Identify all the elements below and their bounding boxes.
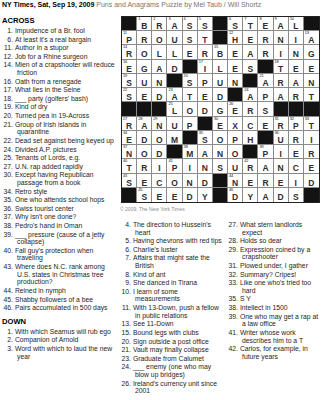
grid-cell[interactable]: U bbox=[137, 74, 152, 88]
black-square bbox=[289, 102, 304, 116]
grid-cell[interactable]: E bbox=[289, 60, 304, 74]
grid-cell[interactable]: 24A bbox=[243, 88, 258, 102]
copyright-line: © 2009, The New York Times bbox=[120, 206, 185, 212]
cell-letter: E bbox=[258, 121, 272, 131]
clue-number: 1. bbox=[2, 328, 13, 336]
grid-cell[interactable]: E bbox=[228, 60, 243, 74]
grid-cell[interactable]: M bbox=[167, 131, 182, 145]
clue-number: 45. bbox=[2, 296, 13, 304]
clue-across-21: 21. Group of Irish islands in quarantine bbox=[2, 121, 119, 136]
cell-letter: X bbox=[228, 121, 242, 131]
clue-across-6: 6. At least it's a real bargain bbox=[2, 36, 119, 44]
cell-letter: A bbox=[304, 35, 319, 45]
clue-down-20: 20. Sign outside a post office bbox=[120, 338, 224, 346]
cell-letter: O bbox=[152, 35, 166, 45]
clue-number: 26. bbox=[120, 380, 131, 388]
grid-cell[interactable]: D bbox=[213, 88, 228, 102]
grid-cell[interactable]: 1B bbox=[137, 17, 152, 31]
grid-cell[interactable]: 5S bbox=[198, 17, 213, 31]
grid-cell[interactable]: Y bbox=[198, 188, 213, 202]
cell-letter: R bbox=[274, 78, 288, 88]
clue-number: 38. bbox=[2, 222, 13, 230]
clue-across-18: 18. ___ party (golfers' bash) bbox=[2, 95, 119, 103]
grid-cell[interactable]: N bbox=[213, 145, 228, 159]
grid-cell[interactable]: A bbox=[243, 45, 258, 59]
grid-cell[interactable]: S bbox=[258, 102, 273, 116]
cell-letter: E bbox=[228, 49, 242, 59]
grid-cell[interactable]: E bbox=[243, 174, 258, 188]
cell-letter: A bbox=[274, 92, 288, 102]
cell-letter: I bbox=[289, 35, 303, 45]
cell-letter: T bbox=[183, 92, 197, 102]
clue-number: 27. bbox=[2, 163, 13, 171]
clue-down-13: 13. See 11-Down bbox=[120, 320, 224, 328]
clue-down-23: 23. Graduate from Calumet bbox=[120, 355, 224, 363]
grid-cell[interactable]: I bbox=[289, 174, 304, 188]
clue-down-6: 6. Charlie's luster bbox=[120, 246, 224, 254]
cell-letter: I bbox=[274, 149, 288, 159]
clue-number: 29. bbox=[227, 246, 238, 254]
puzzle-title: NY Times, Sat, Sep 19, 2009 bbox=[2, 1, 94, 8]
clue-number: 3. bbox=[2, 345, 13, 353]
clue-number: 9. bbox=[120, 279, 131, 287]
cell-letter: H bbox=[228, 35, 242, 45]
clue-number: 19. bbox=[2, 103, 13, 111]
clue-down-3: 3. Word with which to laud the new year bbox=[2, 345, 119, 360]
clue-down-5: 5. Having chevrons with red tips bbox=[120, 237, 224, 245]
clue-number: 4. bbox=[120, 221, 131, 229]
black-square bbox=[304, 17, 319, 31]
cell-letter: D bbox=[152, 149, 166, 159]
clues-column-1: ACROSS1. Impudence of a Br. fool6. At le… bbox=[2, 15, 119, 361]
grid-cell[interactable]: 8E bbox=[258, 17, 273, 31]
black-square bbox=[228, 88, 243, 102]
grid-cell[interactable]: 19S bbox=[122, 74, 137, 88]
grid-cell[interactable]: U bbox=[167, 31, 182, 45]
clue-across-1: 1. Impudence of a Br. fool bbox=[2, 27, 119, 35]
grid-cell[interactable]: E bbox=[183, 45, 198, 59]
clue-number: 24. bbox=[120, 363, 131, 371]
cell-letter: I bbox=[304, 135, 319, 145]
cell-letter: N bbox=[213, 149, 227, 159]
grid-cell[interactable]: 27R bbox=[122, 117, 137, 131]
clue-number: 25. bbox=[2, 154, 13, 162]
cell-letter: N bbox=[274, 163, 288, 173]
grid-cell[interactable]: E bbox=[137, 174, 152, 188]
grid-cell[interactable]: 39P bbox=[258, 145, 273, 159]
clue-number: 21. bbox=[2, 121, 13, 129]
cell-letter: C bbox=[243, 121, 257, 131]
grid-cell[interactable]: E bbox=[228, 45, 243, 59]
grid-cell[interactable]: R bbox=[243, 102, 258, 116]
grid-cell[interactable]: D bbox=[152, 145, 167, 159]
black-square bbox=[122, 188, 137, 202]
grid-cell[interactable]: 32P bbox=[289, 117, 304, 131]
grid-cell[interactable]: E bbox=[304, 159, 319, 173]
cell-letter: R bbox=[258, 49, 272, 59]
grid-cell[interactable]: C bbox=[289, 159, 304, 173]
grid-cell[interactable]: L bbox=[167, 45, 182, 59]
grid-cell[interactable]: T bbox=[183, 88, 198, 102]
grid-cell[interactable]: 3A bbox=[167, 17, 182, 31]
clue-number: 2. bbox=[2, 336, 13, 344]
clue-number: 1. bbox=[2, 27, 13, 35]
grid-cell[interactable]: 18T bbox=[274, 60, 289, 74]
grid-cell[interactable]: S bbox=[213, 159, 228, 173]
clue-down-26: 26. Ireland's currency unit since 2001 bbox=[120, 380, 224, 395]
grid-cell[interactable]: U bbox=[228, 159, 243, 173]
cell-letter: P bbox=[183, 121, 197, 131]
clue-number: 13. bbox=[120, 320, 131, 328]
grid-cell[interactable]: N bbox=[228, 74, 243, 88]
cell-letter: A bbox=[167, 21, 181, 31]
clue-number: 34. bbox=[2, 188, 13, 196]
cell-letter: D bbox=[213, 92, 227, 102]
grid-cell[interactable]: 12H bbox=[228, 31, 243, 45]
cell-letter: E bbox=[304, 64, 319, 74]
clue-number: 5. bbox=[120, 237, 131, 245]
grid-cell[interactable]: 28A bbox=[137, 117, 152, 131]
clue-across-24: 24. Divided A.P. pictures bbox=[2, 146, 119, 154]
grid-cell[interactable]: 46D bbox=[228, 188, 243, 202]
clues-column-2: 4. The direction to Hussein's heart5. Ha… bbox=[120, 221, 224, 396]
cell-letter: E bbox=[167, 192, 181, 202]
clue-number: 12. bbox=[2, 53, 13, 61]
grid-cell[interactable]: I bbox=[183, 159, 198, 173]
cell-letter: P bbox=[198, 78, 212, 88]
clue-across-37: 37. Why isn't one done? bbox=[2, 213, 119, 221]
grid-cell[interactable]: A bbox=[274, 88, 289, 102]
clue-across-30: 30. Except having Republican passage fro… bbox=[2, 171, 119, 186]
black-square bbox=[183, 60, 198, 74]
grid-cell[interactable]: E bbox=[243, 31, 258, 45]
down-header: DOWN bbox=[2, 317, 119, 326]
grid-cell[interactable]: R bbox=[274, 74, 289, 88]
grid-cell[interactable]: I bbox=[304, 131, 319, 145]
grid-cell[interactable]: E bbox=[152, 188, 167, 202]
clue-number: 39. bbox=[227, 313, 238, 321]
clue-down-38: 38. Intellect in 1500 bbox=[227, 304, 322, 312]
clue-number: 21. bbox=[120, 346, 131, 354]
grid-cell[interactable]: D bbox=[198, 102, 213, 116]
grid-cell[interactable]: R bbox=[289, 88, 304, 102]
cell-letter: A bbox=[289, 78, 303, 88]
grid-cell[interactable]: I bbox=[289, 31, 304, 45]
grid-cell[interactable]: E bbox=[167, 188, 182, 202]
cell-letter: A bbox=[274, 21, 288, 31]
cell-letter: G bbox=[213, 106, 227, 116]
grid-cell[interactable]: N bbox=[183, 174, 198, 188]
grid-cell[interactable]: A bbox=[258, 159, 273, 173]
clue-number: 40. bbox=[2, 247, 13, 255]
cell-letter: D bbox=[152, 92, 166, 102]
cell-letter: E bbox=[228, 64, 242, 74]
grid-cell[interactable]: D bbox=[152, 88, 167, 102]
grid-cell[interactable]: 29N bbox=[152, 117, 167, 131]
grid-cell[interactable]: A bbox=[152, 60, 167, 74]
grid-cell[interactable]: O bbox=[228, 145, 243, 159]
grid-cell[interactable]: P bbox=[228, 131, 243, 145]
grid-cell[interactable]: 6S bbox=[228, 17, 243, 31]
grid-cell[interactable]: E bbox=[198, 88, 213, 102]
grid-cell[interactable]: 43S bbox=[122, 174, 137, 188]
clue-down-15: 15. Bound legs with clubs bbox=[120, 329, 224, 337]
grid-cell[interactable]: 42R bbox=[243, 159, 258, 173]
clue-number: 15. bbox=[120, 329, 131, 337]
clue-down-28: 28. Holds so dear bbox=[227, 237, 322, 245]
grid-cell[interactable]: 34E bbox=[122, 131, 137, 145]
grid-cell[interactable]: 26E bbox=[228, 102, 243, 116]
black-square bbox=[183, 131, 198, 145]
grid-cell[interactable]: X bbox=[228, 117, 243, 131]
grid-cell[interactable]: 23A bbox=[167, 88, 182, 102]
grid-cell[interactable]: 41P bbox=[167, 159, 182, 173]
grid-cell[interactable]: E bbox=[258, 117, 273, 131]
grid-cell[interactable]: R bbox=[304, 145, 319, 159]
grid-cell[interactable]: 13A bbox=[304, 31, 319, 45]
grid-cell[interactable]: T bbox=[304, 88, 319, 102]
grid-cell[interactable]: T bbox=[198, 31, 213, 45]
cell-letter: S bbox=[122, 92, 136, 102]
clue-across-19: 19. Kind of dry bbox=[2, 103, 119, 111]
grid-cell[interactable]: P bbox=[198, 74, 213, 88]
grid-cell[interactable]: 17I bbox=[198, 60, 213, 74]
grid-cell[interactable]: N bbox=[274, 31, 289, 45]
cell-letter: R bbox=[137, 35, 151, 45]
grid-cell[interactable]: 35S bbox=[198, 131, 213, 145]
grid-cell[interactable]: R bbox=[289, 131, 304, 145]
cell-letter: A bbox=[152, 64, 166, 74]
grid-cell[interactable]: N bbox=[152, 74, 167, 88]
clue-down-31: 31. Plowed under, I gather bbox=[227, 262, 322, 270]
grid-cell[interactable]: 31R bbox=[274, 117, 289, 131]
cell-letter: D bbox=[228, 192, 242, 202]
cell-letter: P bbox=[258, 92, 272, 102]
cell-letter: S bbox=[122, 178, 136, 188]
clue-across-43: 43. Where does N.C. rank among U.S. stat… bbox=[2, 263, 119, 286]
cell-letter: S bbox=[289, 192, 303, 202]
grid-cell[interactable]: E bbox=[304, 60, 319, 74]
cell-letter: U bbox=[167, 121, 181, 131]
grid-cell[interactable]: I bbox=[274, 145, 289, 159]
clue-number: 18. bbox=[2, 95, 13, 103]
grid-cell[interactable]: A bbox=[289, 74, 304, 88]
grid-cell[interactable]: 40T bbox=[122, 159, 137, 173]
grid-cell[interactable]: 14R bbox=[122, 45, 137, 59]
grid-cell[interactable]: R bbox=[258, 45, 273, 59]
grid-cell[interactable]: G bbox=[304, 45, 319, 59]
grid-cell[interactable]: D bbox=[183, 188, 198, 202]
grid-cell[interactable]: 22S bbox=[122, 88, 137, 102]
cell-letter: D bbox=[183, 192, 197, 202]
grid-cell[interactable]: O bbox=[152, 131, 167, 145]
grid-cell[interactable]: 7T bbox=[243, 17, 258, 31]
grid-cell[interactable]: 33T bbox=[304, 117, 319, 131]
grid-cell[interactable]: 15B bbox=[213, 45, 228, 59]
grid-cell[interactable]: D bbox=[274, 188, 289, 202]
grid-cell[interactable]: U bbox=[213, 74, 228, 88]
cell-letter: U bbox=[228, 163, 242, 173]
cell-letter: G bbox=[304, 49, 319, 59]
grid-cell[interactable]: A bbox=[258, 188, 273, 202]
clue-across-34: 34. Retro style bbox=[2, 188, 119, 196]
grid-cell[interactable]: R bbox=[137, 31, 152, 45]
cell-letter: N bbox=[152, 121, 166, 131]
cell-letter: R bbox=[137, 163, 151, 173]
cell-letter: L bbox=[167, 106, 181, 116]
cell-letter: S bbox=[183, 35, 197, 45]
grid-cell[interactable]: A bbox=[198, 145, 213, 159]
grid-cell[interactable]: 10L bbox=[289, 17, 304, 31]
clue-number: 7. bbox=[120, 254, 131, 262]
grid-cell[interactable]: 20S bbox=[183, 74, 198, 88]
cell-letter: E bbox=[198, 92, 212, 102]
grid-cell[interactable]: D bbox=[137, 131, 152, 145]
clue-down-41: 41. Writer whose work describes him to a… bbox=[227, 329, 322, 344]
cell-letter: R bbox=[304, 149, 319, 159]
grid-cell[interactable]: E bbox=[274, 174, 289, 188]
grid-cell[interactable]: E bbox=[289, 145, 304, 159]
cell-letter: P bbox=[228, 135, 242, 145]
cell-letter: O bbox=[137, 49, 151, 59]
grid-cell[interactable]: 16E bbox=[122, 60, 137, 74]
cell-letter: D bbox=[304, 178, 319, 188]
clue-down-35: 35. S Y bbox=[227, 295, 322, 303]
cell-letter: P bbox=[167, 163, 181, 173]
cell-letter: E bbox=[274, 178, 288, 188]
grid-cell[interactable]: O bbox=[152, 31, 167, 45]
grid-cell[interactable]: R bbox=[137, 159, 152, 173]
cell-letter: T bbox=[198, 35, 212, 45]
grid-cell[interactable]: 37N bbox=[122, 145, 137, 159]
clue-down-42: 42. Carlos, for example, in future years bbox=[227, 345, 322, 360]
grid-cell[interactable]: 30E bbox=[213, 117, 228, 131]
cell-letter: E bbox=[213, 121, 227, 131]
cell-letter: E bbox=[137, 92, 151, 102]
grid-cell[interactable]: N bbox=[198, 159, 213, 173]
black-square bbox=[258, 131, 273, 145]
cell-letter: C bbox=[152, 178, 166, 188]
grid-cell[interactable]: H bbox=[243, 131, 258, 145]
cell-letter: R bbox=[258, 178, 272, 188]
clue-across-27: 27. U.N. rap added rapidly bbox=[2, 163, 119, 171]
grid-cell[interactable]: 45S bbox=[137, 188, 152, 202]
grid-cell[interactable]: 38M bbox=[183, 145, 198, 159]
grid-cell[interactable]: 9A bbox=[274, 17, 289, 31]
grid-cell[interactable]: 2R bbox=[152, 17, 167, 31]
grid-cell[interactable]: R bbox=[258, 31, 273, 45]
cell-letter: N bbox=[274, 35, 288, 45]
cell-letter: P bbox=[258, 149, 272, 159]
grid-cell[interactable]: C bbox=[243, 117, 258, 131]
clue-down-29: 29. Expression coined by a crapshooter bbox=[227, 246, 322, 261]
grid-cell[interactable]: G bbox=[213, 102, 228, 116]
grid-cell[interactable]: P bbox=[258, 88, 273, 102]
cell-letter: O bbox=[152, 135, 166, 145]
clue-down-24: 24. ___ enemy (one who may blow up bridg… bbox=[120, 363, 224, 378]
grid-cell[interactable]: 4S bbox=[183, 17, 198, 31]
cell-letter: P bbox=[289, 121, 303, 131]
black-square bbox=[122, 102, 137, 116]
cell-letter: R bbox=[258, 35, 272, 45]
cell-letter: U bbox=[274, 135, 288, 145]
grid-cell[interactable]: 11P bbox=[122, 31, 137, 45]
grid-cell[interactable]: D bbox=[167, 60, 182, 74]
grid-cell[interactable]: C bbox=[152, 174, 167, 188]
grid-cell[interactable]: S bbox=[183, 31, 198, 45]
cell-letter: R bbox=[198, 49, 212, 59]
cell-letter: E bbox=[243, 35, 257, 45]
grid-cell[interactable]: I bbox=[274, 45, 289, 59]
clue-across-14: 14. Mien of a crapshooter will reduce fr… bbox=[2, 61, 119, 76]
cell-letter: T bbox=[274, 64, 288, 74]
cell-letter: R bbox=[152, 21, 166, 31]
grid-cell[interactable]: U bbox=[167, 117, 182, 131]
grid-cell[interactable]: O bbox=[183, 102, 198, 116]
cell-letter: O bbox=[167, 178, 181, 188]
clue-number: 31. bbox=[227, 262, 238, 270]
cell-letter: E bbox=[228, 106, 242, 116]
grid-cell[interactable]: N bbox=[304, 74, 319, 88]
grid-cell[interactable]: D bbox=[198, 174, 213, 188]
cell-letter: A bbox=[258, 192, 272, 202]
grid-cell[interactable]: R bbox=[198, 45, 213, 59]
grid-cell[interactable]: P bbox=[183, 117, 198, 131]
cell-letter: N bbox=[289, 49, 303, 59]
across-header: ACROSS bbox=[2, 16, 119, 25]
grid-cell[interactable]: 25L bbox=[167, 102, 182, 116]
grid-cell[interactable]: L bbox=[152, 45, 167, 59]
cell-letter: O bbox=[183, 106, 197, 116]
grid-cell[interactable]: L bbox=[213, 60, 228, 74]
clue-number: 17. bbox=[2, 86, 13, 94]
black-square bbox=[213, 17, 228, 31]
cell-letter: U bbox=[213, 78, 227, 88]
clue-number: 35. bbox=[2, 196, 13, 204]
grid-cell[interactable]: 44N bbox=[228, 174, 243, 188]
cell-letter: I bbox=[289, 178, 303, 188]
grid-cell[interactable]: G bbox=[137, 60, 152, 74]
cell-letter: D bbox=[137, 135, 151, 145]
clue-down-21: 21. Vault may finally collapse bbox=[120, 346, 224, 354]
grid-cell[interactable]: N bbox=[289, 45, 304, 59]
grid-cell[interactable]: S bbox=[243, 60, 258, 74]
cell-letter: C bbox=[289, 163, 303, 173]
cell-letter: B bbox=[213, 49, 227, 59]
grid-cell[interactable]: 21A bbox=[258, 74, 273, 88]
grid-cell[interactable]: S bbox=[289, 188, 304, 202]
grid-cell[interactable]: N bbox=[274, 159, 289, 173]
grid-cell[interactable]: R bbox=[258, 174, 273, 188]
clue-across-40: 40. Fall guy's protection when traveling bbox=[2, 247, 119, 262]
black-square bbox=[122, 17, 137, 31]
clue-across-11: 11. Author in a stupor bbox=[2, 44, 119, 52]
cell-letter: R bbox=[289, 92, 303, 102]
grid-cell[interactable]: O bbox=[137, 145, 152, 159]
grid-cell[interactable]: O bbox=[213, 131, 228, 145]
grid-cell[interactable]: 36U bbox=[274, 131, 289, 145]
grid-cell[interactable]: I bbox=[152, 159, 167, 173]
clue-number: 39. bbox=[2, 231, 13, 239]
cell-letter: I bbox=[152, 163, 166, 173]
grid-cell[interactable]: D bbox=[304, 174, 319, 188]
grid-cell[interactable]: E bbox=[137, 88, 152, 102]
grid-cell[interactable]: O bbox=[137, 45, 152, 59]
clue-number: 38. bbox=[227, 304, 238, 312]
cell-letter: A bbox=[258, 78, 272, 88]
grid-cell[interactable]: Y bbox=[243, 188, 258, 202]
grid-cell[interactable]: O bbox=[167, 174, 182, 188]
